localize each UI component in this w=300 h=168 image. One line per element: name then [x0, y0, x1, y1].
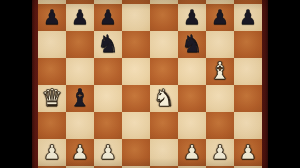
square-h7[interactable]: ♟: [234, 4, 262, 31]
white-rook-h1: ♜: [234, 166, 262, 168]
square-a6[interactable]: [38, 31, 66, 58]
square-b6[interactable]: [66, 31, 94, 58]
letterbox-right: [268, 0, 300, 168]
square-f3[interactable]: [178, 112, 206, 139]
square-d3[interactable]: [122, 112, 150, 139]
square-e2[interactable]: [150, 139, 178, 166]
square-h5[interactable]: [234, 58, 262, 85]
square-f7[interactable]: ♟: [178, 4, 206, 31]
black-knight-f6: ♞: [178, 31, 206, 58]
square-f5[interactable]: [178, 58, 206, 85]
black-bishop-b4: ♝: [66, 85, 94, 112]
square-d7[interactable]: [122, 4, 150, 31]
square-a2[interactable]: ♟: [38, 139, 66, 166]
square-a1[interactable]: [38, 166, 66, 168]
square-g3[interactable]: [206, 112, 234, 139]
black-pawn-c7: ♟: [94, 4, 122, 31]
square-g1[interactable]: ♞: [206, 166, 234, 168]
white-bishop-g5: ♝: [206, 58, 234, 85]
letterbox-left: [0, 0, 32, 168]
square-b7[interactable]: ♟: [66, 4, 94, 31]
square-g6[interactable]: [206, 31, 234, 58]
black-knight-c6: ♞: [94, 31, 122, 58]
square-a4[interactable]: ♛: [38, 85, 66, 112]
white-pawn-g2: ♟: [206, 139, 234, 166]
chess-board-frame: ♜♝♛♚♜♟♟♟♟♟♟♞♞♝♛♝♞♟♟♟♟♟♟♚♜♝♞♜: [32, 0, 268, 168]
black-pawn-g7: ♟: [206, 4, 234, 31]
white-knight-e4: ♞: [150, 85, 178, 112]
white-pawn-h2: ♟: [234, 139, 262, 166]
square-c7[interactable]: ♟: [94, 4, 122, 31]
white-pawn-f2: ♟: [178, 139, 206, 166]
square-f6[interactable]: ♞: [178, 31, 206, 58]
square-e3[interactable]: [150, 112, 178, 139]
square-g2[interactable]: ♟: [206, 139, 234, 166]
square-a7[interactable]: ♟: [38, 4, 66, 31]
square-f2[interactable]: ♟: [178, 139, 206, 166]
white-king-c1: ♚: [94, 166, 122, 168]
square-c5[interactable]: [94, 58, 122, 85]
square-b1[interactable]: [66, 166, 94, 168]
square-d4[interactable]: [122, 85, 150, 112]
white-knight-g1: ♞: [206, 166, 234, 168]
black-pawn-a7: ♟: [38, 4, 66, 31]
square-d1[interactable]: ♜: [122, 166, 150, 168]
square-c2[interactable]: ♟: [94, 139, 122, 166]
square-h4[interactable]: [234, 85, 262, 112]
square-b5[interactable]: [66, 58, 94, 85]
square-h2[interactable]: ♟: [234, 139, 262, 166]
square-d6[interactable]: [122, 31, 150, 58]
video-frame: ♜♝♛♚♜♟♟♟♟♟♟♞♞♝♛♝♞♟♟♟♟♟♟♚♜♝♞♜: [0, 0, 300, 168]
square-b2[interactable]: ♟: [66, 139, 94, 166]
square-e4[interactable]: ♞: [150, 85, 178, 112]
white-queen-a4: ♛: [38, 85, 66, 112]
square-e1[interactable]: [150, 166, 178, 168]
square-h6[interactable]: [234, 31, 262, 58]
square-g7[interactable]: ♟: [206, 4, 234, 31]
square-c1[interactable]: ♚: [94, 166, 122, 168]
square-e5[interactable]: [150, 58, 178, 85]
white-rook-d1: ♜: [122, 166, 150, 168]
square-h1[interactable]: ♜: [234, 166, 262, 168]
white-bishop-f1: ♝: [178, 166, 206, 168]
square-c3[interactable]: [94, 112, 122, 139]
white-pawn-a2: ♟: [38, 139, 66, 166]
square-d2[interactable]: [122, 139, 150, 166]
square-e7[interactable]: [150, 4, 178, 31]
square-a5[interactable]: [38, 58, 66, 85]
black-pawn-h7: ♟: [234, 4, 262, 31]
white-pawn-b2: ♟: [66, 139, 94, 166]
square-c6[interactable]: ♞: [94, 31, 122, 58]
square-d5[interactable]: [122, 58, 150, 85]
square-b4[interactable]: ♝: [66, 85, 94, 112]
square-b3[interactable]: [66, 112, 94, 139]
square-f1[interactable]: ♝: [178, 166, 206, 168]
square-g5[interactable]: ♝: [206, 58, 234, 85]
black-pawn-f7: ♟: [178, 4, 206, 31]
black-pawn-b7: ♟: [66, 4, 94, 31]
square-h3[interactable]: [234, 112, 262, 139]
square-a3[interactable]: [38, 112, 66, 139]
square-c4[interactable]: [94, 85, 122, 112]
white-pawn-c2: ♟: [94, 139, 122, 166]
square-g4[interactable]: [206, 85, 234, 112]
chess-board[interactable]: ♜♝♛♚♜♟♟♟♟♟♟♞♞♝♛♝♞♟♟♟♟♟♟♚♜♝♞♜: [38, 0, 262, 168]
square-e6[interactable]: [150, 31, 178, 58]
square-f4[interactable]: [178, 85, 206, 112]
